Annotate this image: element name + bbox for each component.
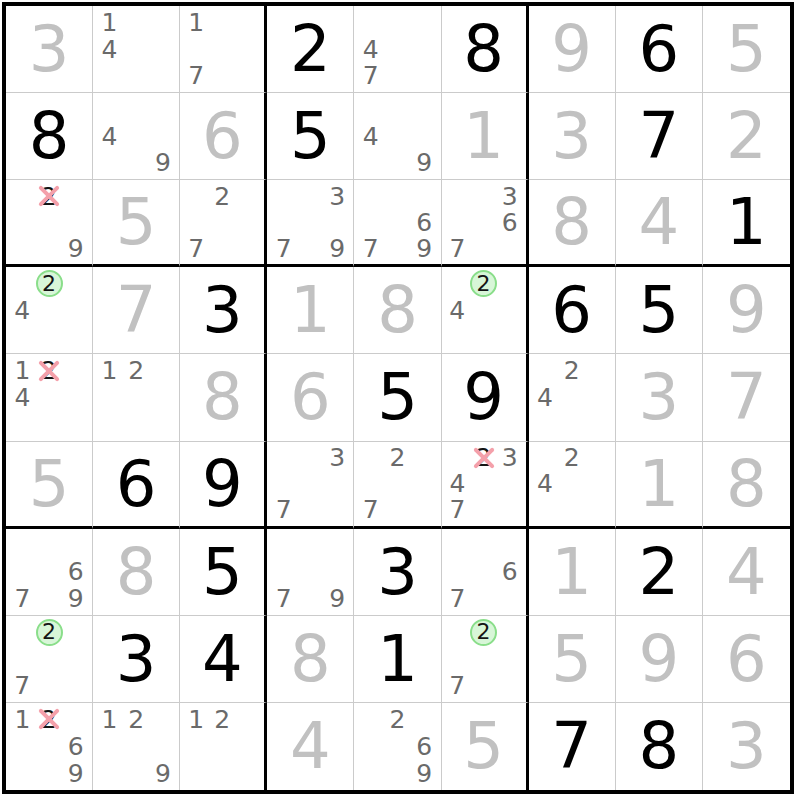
cell-r9c5[interactable]: 269 xyxy=(354,703,441,790)
candidate-grid: 679 xyxy=(357,183,437,261)
candidate-empty xyxy=(445,324,471,351)
cell-r4c6[interactable]: 24 xyxy=(442,267,529,354)
candidate-empty xyxy=(411,445,438,471)
candidate[interactable]: 1 xyxy=(183,706,209,733)
candidate-empty xyxy=(183,760,209,787)
cell-r6c7[interactable]: 24 xyxy=(529,442,616,529)
cell-r1c8[interactable]: 6 xyxy=(616,6,703,93)
candidate[interactable]: 9 xyxy=(411,150,438,177)
cell-r7c2[interactable]: 8 xyxy=(93,529,180,616)
candidate-empty xyxy=(62,706,89,733)
candidate-empty xyxy=(357,706,384,733)
candidate-empty xyxy=(558,411,585,438)
candidate-empty xyxy=(471,585,497,612)
candidate[interactable]: 4 xyxy=(445,471,471,497)
candidate[interactable]: 4 xyxy=(532,384,559,411)
candidate-empty xyxy=(36,760,63,787)
candidate-empty xyxy=(357,96,384,123)
cell-r4c2[interactable]: 7 xyxy=(93,267,180,354)
candidate-empty xyxy=(384,183,411,209)
candidate-empty xyxy=(558,497,585,523)
cell-r8c4[interactable]: 8 xyxy=(267,616,354,703)
cell-r8c1[interactable]: 27 xyxy=(6,616,93,703)
cell-r9c2[interactable]: 129 xyxy=(93,703,180,790)
candidate[interactable]: 7 xyxy=(445,235,471,261)
candidate[interactable]: 2 xyxy=(209,183,235,209)
candidate[interactable]: 9 xyxy=(411,760,438,787)
candidate-empty xyxy=(384,96,411,123)
candidate-empty xyxy=(96,411,123,438)
candidate-empty xyxy=(585,411,612,438)
candidate[interactable]: 7 xyxy=(445,585,471,612)
candidate-grid: 27 xyxy=(445,619,523,699)
candidate-empty xyxy=(235,209,261,235)
candidate[interactable]: 2 xyxy=(558,445,585,471)
cell-r4c4[interactable]: 1 xyxy=(267,267,354,354)
cell-r5c1[interactable]: 124 xyxy=(6,354,93,441)
given-digit: 6 xyxy=(116,452,157,516)
candidate-empty xyxy=(357,9,384,36)
candidate[interactable]: 7 xyxy=(357,497,384,523)
candidate-empty xyxy=(209,209,235,235)
cell-r3c4[interactable]: 379 xyxy=(267,180,354,267)
candidate-empty xyxy=(357,760,384,787)
cell-r2c8[interactable]: 7 xyxy=(616,93,703,180)
cell-r8c7[interactable]: 5 xyxy=(529,616,616,703)
candidate-grid: 24 xyxy=(532,445,612,523)
cell-r8c3[interactable]: 4 xyxy=(180,616,267,703)
candidate[interactable]: 1 xyxy=(183,9,209,36)
candidate-empty xyxy=(585,445,612,471)
cell-r3c5[interactable]: 679 xyxy=(354,180,441,267)
cell-r5c3[interactable]: 8 xyxy=(180,354,267,441)
cell-r6c4[interactable]: 37 xyxy=(267,442,354,529)
cell-r2c7[interactable]: 3 xyxy=(529,93,616,180)
candidate-grid: 124 xyxy=(9,357,89,437)
candidate[interactable]: 7 xyxy=(357,62,384,89)
cell-r9c6[interactable]: 5 xyxy=(442,703,529,790)
candidate-empty xyxy=(123,733,150,760)
candidate-empty xyxy=(209,9,235,36)
candidate-empty xyxy=(497,235,523,261)
candidate-grid: 49 xyxy=(96,96,176,176)
candidate-empty xyxy=(235,706,261,733)
candidate-empty xyxy=(297,445,324,471)
cell-r2c2[interactable]: 49 xyxy=(93,93,180,180)
candidate-empty xyxy=(96,760,123,787)
cell-r1c1[interactable]: 3 xyxy=(6,6,93,93)
candidate[interactable]: 4 xyxy=(96,123,123,150)
cell-r1c5[interactable]: 47 xyxy=(354,6,441,93)
candidate-empty xyxy=(585,357,612,384)
cell-r2c6[interactable]: 1 xyxy=(442,93,529,180)
cell-r8c9[interactable]: 6 xyxy=(703,616,790,703)
cell-r1c9[interactable]: 5 xyxy=(703,6,790,93)
cell-r7c6[interactable]: 67 xyxy=(442,529,529,616)
candidate-empty xyxy=(9,411,36,438)
cell-r7c8[interactable]: 2 xyxy=(616,529,703,616)
candidate[interactable]: 3 xyxy=(324,445,351,471)
candidate-empty xyxy=(471,209,497,235)
cell-r6c2[interactable]: 6 xyxy=(93,442,180,529)
cell-r2c5[interactable]: 49 xyxy=(354,93,441,180)
candidate-empty xyxy=(558,384,585,411)
candidate-empty xyxy=(270,209,297,235)
candidate-empty xyxy=(36,646,63,673)
candidate[interactable]: 4 xyxy=(357,36,384,63)
candidate[interactable]: 2 xyxy=(123,357,150,384)
candidate-empty xyxy=(411,706,438,733)
candidate[interactable]: 3 xyxy=(497,445,523,471)
candidate-highlighted-circle[interactable]: 2 xyxy=(470,619,497,646)
candidate[interactable]: 6 xyxy=(497,558,523,585)
candidate-empty xyxy=(123,411,150,438)
cell-r6c5[interactable]: 27 xyxy=(354,442,441,529)
candidate-empty xyxy=(297,471,324,497)
candidate-empty xyxy=(445,619,471,646)
cell-r4c8[interactable]: 5 xyxy=(616,267,703,354)
candidate[interactable]: 7 xyxy=(445,672,471,699)
candidate[interactable]: 6 xyxy=(497,209,523,235)
cell-r9c4[interactable]: 4 xyxy=(267,703,354,790)
cell-r2c1[interactable]: 8 xyxy=(6,93,93,180)
cell-r1c2[interactable]: 14 xyxy=(93,6,180,93)
candidate-empty xyxy=(411,9,438,36)
candidate-empty xyxy=(297,235,324,261)
candidate-empty xyxy=(9,324,36,351)
candidate-empty xyxy=(411,96,438,123)
candidate-empty xyxy=(150,706,177,733)
cell-r5c2[interactable]: 12 xyxy=(93,354,180,441)
candidate-empty xyxy=(297,497,324,523)
cell-r3c7[interactable]: 8 xyxy=(529,180,616,267)
candidate[interactable]: 7 xyxy=(357,235,384,261)
candidate[interactable]: 1 xyxy=(9,706,36,733)
cell-r5c5[interactable]: 5 xyxy=(354,354,441,441)
solved-digit: 3 xyxy=(638,365,679,429)
candidate[interactable]: 9 xyxy=(150,150,177,177)
candidate-empty xyxy=(471,497,497,523)
cell-r5c8[interactable]: 3 xyxy=(616,354,703,441)
candidate[interactable]: 9 xyxy=(411,235,438,261)
candidate-empty xyxy=(324,558,351,585)
candidate-empty xyxy=(497,270,523,297)
candidate-grid: 12 xyxy=(183,706,261,787)
candidate-grid: 29 xyxy=(9,183,89,261)
cell-r3c9[interactable]: 1 xyxy=(703,180,790,267)
candidate-empty xyxy=(123,9,150,36)
candidate[interactable]: 2 xyxy=(384,706,411,733)
cell-r8c6[interactable]: 27 xyxy=(442,616,529,703)
cell-r7c9[interactable]: 4 xyxy=(703,529,790,616)
candidate-empty xyxy=(183,209,209,235)
solved-digit: 9 xyxy=(638,627,679,691)
candidate-eliminated-x[interactable]: 2 xyxy=(36,706,63,733)
solved-digit: 7 xyxy=(116,278,157,342)
cell-r1c6[interactable]: 8 xyxy=(442,6,529,93)
solved-digit: 4 xyxy=(726,540,767,604)
candidate-grid: 24 xyxy=(445,270,523,350)
cell-r4c5[interactable]: 8 xyxy=(354,267,441,354)
candidate-empty xyxy=(497,297,523,324)
candidate[interactable]: 4 xyxy=(9,384,36,411)
candidate-empty xyxy=(9,532,36,559)
candidate-empty xyxy=(63,672,90,699)
candidate[interactable]: 4 xyxy=(96,36,123,63)
solved-digit: 8 xyxy=(290,627,331,691)
candidate-empty xyxy=(445,646,471,673)
candidate-grid: 1269 xyxy=(9,706,89,787)
candidate-empty xyxy=(384,123,411,150)
candidate-empty xyxy=(497,497,523,523)
candidate[interactable]: 2 xyxy=(384,445,411,471)
candidate-empty xyxy=(270,471,297,497)
cell-r8c8[interactable]: 9 xyxy=(616,616,703,703)
candidate[interactable]: 4 xyxy=(445,297,471,324)
candidate-empty xyxy=(123,123,150,150)
cell-r6c9[interactable]: 8 xyxy=(703,442,790,529)
candidate-empty xyxy=(96,384,123,411)
candidate-grid: 24 xyxy=(532,357,612,437)
candidate-empty xyxy=(532,445,559,471)
cell-r6c1[interactable]: 5 xyxy=(6,442,93,529)
solved-digit: 5 xyxy=(726,17,767,81)
cell-r1c3[interactable]: 17 xyxy=(180,6,267,93)
cell-r7c1[interactable]: 679 xyxy=(6,529,93,616)
candidate-empty xyxy=(384,497,411,523)
candidate-eliminated-x[interactable]: 2 xyxy=(36,183,63,209)
solved-digit: 1 xyxy=(551,540,592,604)
candidate-empty xyxy=(270,558,297,585)
candidate[interactable]: 3 xyxy=(497,183,523,209)
candidate[interactable]: 9 xyxy=(62,585,89,612)
candidate-empty xyxy=(470,324,497,351)
cell-r9c7[interactable]: 7 xyxy=(529,703,616,790)
candidate[interactable]: 6 xyxy=(62,733,89,760)
cell-r7c4[interactable]: 79 xyxy=(267,529,354,616)
candidate-empty xyxy=(62,384,89,411)
candidate-empty xyxy=(9,558,36,585)
candidate-highlighted-circle[interactable]: 2 xyxy=(36,270,63,297)
candidate[interactable]: 7 xyxy=(270,497,297,523)
solved-digit: 3 xyxy=(29,17,70,81)
candidate[interactable]: 2 xyxy=(123,706,150,733)
solved-digit: 5 xyxy=(116,190,157,254)
cell-r3c8[interactable]: 4 xyxy=(616,180,703,267)
solved-digit: 8 xyxy=(202,365,243,429)
candidate-empty xyxy=(558,471,585,497)
cell-r5c6[interactable]: 9 xyxy=(442,354,529,441)
candidate[interactable]: 4 xyxy=(9,297,36,324)
cell-r6c3[interactable]: 9 xyxy=(180,442,267,529)
candidate-empty xyxy=(471,558,497,585)
candidate-grid: 379 xyxy=(270,183,350,261)
candidate-empty xyxy=(150,411,177,438)
cell-r4c3[interactable]: 3 xyxy=(180,267,267,354)
candidate-empty xyxy=(235,760,261,787)
cell-r5c9[interactable]: 7 xyxy=(703,354,790,441)
candidate[interactable]: 7 xyxy=(445,497,471,523)
candidate[interactable]: 9 xyxy=(62,235,89,261)
candidate-grid: 129 xyxy=(96,706,176,787)
candidate[interactable]: 4 xyxy=(532,471,559,497)
candidate[interactable]: 9 xyxy=(324,585,351,612)
candidate-empty xyxy=(62,357,89,384)
candidate-highlighted-circle[interactable]: 2 xyxy=(36,619,63,646)
solved-digit: 8 xyxy=(116,540,157,604)
solved-digit: 5 xyxy=(463,714,504,778)
candidate[interactable]: 7 xyxy=(183,235,209,261)
solved-digit: 6 xyxy=(290,365,331,429)
cell-r3c3[interactable]: 27 xyxy=(180,180,267,267)
candidate-empty xyxy=(150,357,177,384)
candidate[interactable]: 1 xyxy=(96,706,123,733)
candidate-empty xyxy=(36,585,63,612)
cell-r5c7[interactable]: 24 xyxy=(529,354,616,441)
candidate-empty xyxy=(209,62,235,89)
candidate-empty xyxy=(384,36,411,63)
candidate-highlighted-circle[interactable]: 2 xyxy=(470,270,497,297)
cell-r2c3[interactable]: 6 xyxy=(180,93,267,180)
cell-r9c3[interactable]: 12 xyxy=(180,703,267,790)
candidate-grid: 67 xyxy=(445,532,523,612)
candidate-grid: 47 xyxy=(357,9,437,89)
candidate-empty xyxy=(411,183,438,209)
candidate[interactable]: 2 xyxy=(558,357,585,384)
candidate-grid: 2347 xyxy=(445,445,523,523)
candidate-empty xyxy=(497,619,523,646)
candidate-empty xyxy=(150,62,177,89)
candidate[interactable]: 9 xyxy=(62,760,89,787)
cell-r2c9[interactable]: 2 xyxy=(703,93,790,180)
cell-r4c7[interactable]: 6 xyxy=(529,267,616,354)
candidate-empty xyxy=(497,471,523,497)
cell-r3c1[interactable]: 29 xyxy=(6,180,93,267)
cell-r1c7[interactable]: 9 xyxy=(529,6,616,93)
candidate-empty xyxy=(63,646,90,673)
candidate-empty xyxy=(123,96,150,123)
candidate-grid: 37 xyxy=(270,445,350,523)
cell-r7c5[interactable]: 3 xyxy=(354,529,441,616)
cell-r3c2[interactable]: 5 xyxy=(93,180,180,267)
candidate-empty xyxy=(235,733,261,760)
candidate-empty xyxy=(357,445,384,471)
candidate-empty xyxy=(471,532,497,559)
candidate[interactable]: 4 xyxy=(357,123,384,150)
candidate-empty xyxy=(471,235,497,261)
cell-r2c4[interactable]: 5 xyxy=(267,93,354,180)
cell-r4c9[interactable]: 9 xyxy=(703,267,790,354)
candidate-empty xyxy=(324,532,351,559)
candidate-empty xyxy=(357,471,384,497)
candidate-eliminated-x[interactable]: 2 xyxy=(36,357,63,384)
candidate-empty xyxy=(150,123,177,150)
cell-r9c8[interactable]: 8 xyxy=(616,703,703,790)
candidate-grid: 49 xyxy=(357,96,437,176)
given-digit: 3 xyxy=(202,278,243,342)
given-digit: 8 xyxy=(463,17,504,81)
candidate[interactable]: 9 xyxy=(150,760,177,787)
candidate-empty xyxy=(96,733,123,760)
candidate[interactable]: 7 xyxy=(270,585,297,612)
cell-r3c6[interactable]: 367 xyxy=(442,180,529,267)
candidate-empty xyxy=(123,384,150,411)
candidate-empty xyxy=(445,532,471,559)
cell-r8c5[interactable]: 1 xyxy=(354,616,441,703)
candidate[interactable]: 6 xyxy=(62,558,89,585)
solved-digit: 4 xyxy=(290,714,331,778)
candidate-empty xyxy=(585,471,612,497)
candidate-empty xyxy=(123,62,150,89)
candidate-empty xyxy=(150,733,177,760)
candidate[interactable]: 3 xyxy=(324,183,351,209)
candidate[interactable]: 1 xyxy=(9,357,36,384)
cell-r9c1[interactable]: 1269 xyxy=(6,703,93,790)
candidate-empty xyxy=(62,183,89,209)
candidate[interactable]: 1 xyxy=(96,9,123,36)
cell-r1c4[interactable]: 2 xyxy=(267,6,354,93)
candidate-empty xyxy=(445,183,471,209)
candidate[interactable]: 7 xyxy=(9,672,36,699)
given-digit: 7 xyxy=(638,104,679,168)
candidate-eliminated-x[interactable]: 2 xyxy=(471,445,497,471)
candidate-empty xyxy=(9,235,36,261)
candidate-empty xyxy=(123,36,150,63)
candidate[interactable]: 6 xyxy=(411,733,438,760)
candidate[interactable]: 7 xyxy=(183,62,209,89)
candidate-empty xyxy=(150,384,177,411)
candidate-empty xyxy=(235,235,261,261)
given-digit: 2 xyxy=(638,540,679,604)
candidate[interactable]: 6 xyxy=(411,209,438,235)
given-digit: 7 xyxy=(551,714,592,778)
candidate[interactable]: 7 xyxy=(9,585,36,612)
cell-r9c9[interactable]: 3 xyxy=(703,703,790,790)
solved-digit: 9 xyxy=(551,17,592,81)
candidate[interactable]: 1 xyxy=(96,357,123,384)
given-digit: 8 xyxy=(29,104,70,168)
candidate-empty xyxy=(497,532,523,559)
solved-digit: 2 xyxy=(726,104,767,168)
candidate-empty xyxy=(9,646,36,673)
candidate-empty xyxy=(209,760,235,787)
candidate-empty xyxy=(36,558,63,585)
candidate-empty xyxy=(270,445,297,471)
cell-r4c1[interactable]: 24 xyxy=(6,267,93,354)
candidate-empty xyxy=(297,209,324,235)
cell-r7c7[interactable]: 1 xyxy=(529,529,616,616)
candidate[interactable]: 9 xyxy=(324,235,351,261)
cell-r7c3[interactable]: 5 xyxy=(180,529,267,616)
candidate-empty xyxy=(36,733,63,760)
candidate-empty xyxy=(36,672,63,699)
cell-r8c2[interactable]: 3 xyxy=(93,616,180,703)
cell-r6c8[interactable]: 1 xyxy=(616,442,703,529)
candidate-empty xyxy=(9,619,36,646)
cell-r5c4[interactable]: 6 xyxy=(267,354,354,441)
candidate-grid: 27 xyxy=(357,445,437,523)
candidate-grid: 269 xyxy=(357,706,437,787)
candidate-empty xyxy=(470,672,497,699)
cell-r6c6[interactable]: 2347 xyxy=(442,442,529,529)
candidate[interactable]: 7 xyxy=(270,235,297,261)
solved-digit: 1 xyxy=(638,452,679,516)
candidate-empty xyxy=(62,532,89,559)
candidate-empty xyxy=(183,733,209,760)
candidate-empty xyxy=(532,357,559,384)
candidate-empty xyxy=(183,183,209,209)
candidate[interactable]: 2 xyxy=(209,706,235,733)
